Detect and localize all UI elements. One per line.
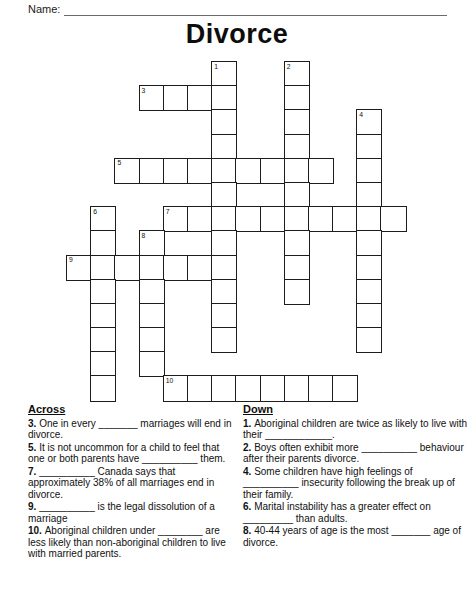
grid-cell[interactable] <box>309 159 333 183</box>
grid-cell[interactable] <box>285 280 309 304</box>
grid-void <box>188 231 212 255</box>
grid-cell[interactable]: 3 <box>140 86 164 110</box>
grid-cell[interactable] <box>188 86 212 110</box>
clue-number: 8 <box>142 232 146 240</box>
grid-cell[interactable] <box>285 86 309 110</box>
grid-void <box>357 62 381 86</box>
grid-cell[interactable] <box>261 207 285 231</box>
grid-cell[interactable] <box>140 159 164 183</box>
grid-void <box>261 86 285 110</box>
grid-void <box>236 352 260 376</box>
across-clue-7: 7. __________ Canada says that approxima… <box>28 466 236 501</box>
grid-cell[interactable]: 8 <box>140 231 164 255</box>
clue-number: 3 <box>142 87 146 95</box>
grid-void <box>309 304 333 328</box>
grid-void <box>333 304 357 328</box>
grid-void <box>67 62 91 86</box>
grid-void <box>309 352 333 376</box>
grid-void <box>236 231 260 255</box>
grid-cell[interactable] <box>285 110 309 134</box>
grid-void <box>309 231 333 255</box>
grid-void <box>381 183 405 207</box>
grid-void <box>91 135 115 159</box>
grid-void <box>115 86 139 110</box>
grid-cell[interactable] <box>212 256 236 280</box>
grid-void <box>115 328 139 352</box>
page-title: Divorce <box>0 19 474 50</box>
grid-void <box>236 135 260 159</box>
grid-void <box>115 110 139 134</box>
grid-void <box>67 86 91 110</box>
grid-cell[interactable] <box>188 207 212 231</box>
grid-void <box>67 110 91 134</box>
grid-void <box>115 352 139 376</box>
grid-void <box>67 135 91 159</box>
name-label: Name: <box>28 3 60 16</box>
grid-void <box>140 135 164 159</box>
grid-void <box>164 135 188 159</box>
grid-void <box>67 183 91 207</box>
grid-void <box>212 352 236 376</box>
grid-void <box>309 256 333 280</box>
grid-void <box>381 110 405 134</box>
grid-void <box>67 231 91 255</box>
grid-void <box>236 62 260 86</box>
grid-void <box>381 256 405 280</box>
grid-void <box>115 183 139 207</box>
grid-void <box>188 280 212 304</box>
grid-cell[interactable]: 5 <box>115 159 139 183</box>
grid-void <box>115 62 139 86</box>
grid-void <box>67 304 91 328</box>
grid-cell[interactable] <box>188 376 212 400</box>
grid-cell[interactable] <box>357 280 381 304</box>
across-clue-5: 5. It is not uncommon for a child to fee… <box>28 442 236 465</box>
grid-void <box>333 256 357 280</box>
grid-cell[interactable] <box>309 376 333 400</box>
grid-void <box>115 280 139 304</box>
grid-cell[interactable] <box>309 207 333 231</box>
grid-void <box>357 376 381 400</box>
grid-void <box>115 376 139 400</box>
grid-cell[interactable] <box>357 231 381 255</box>
grid-cell[interactable] <box>333 376 357 400</box>
grid-cell[interactable] <box>212 207 236 231</box>
grid-void <box>67 352 91 376</box>
grid-void <box>261 256 285 280</box>
grid-void <box>115 231 139 255</box>
clue-number: 10 <box>166 377 174 385</box>
grid-cell[interactable] <box>91 304 115 328</box>
grid-void <box>261 328 285 352</box>
grid-cell[interactable] <box>212 159 236 183</box>
across-clue-3: 3. One in every _______ marriages will e… <box>28 418 236 441</box>
grid-void <box>236 304 260 328</box>
grid-cell[interactable]: 10 <box>164 376 188 400</box>
grid-cell[interactable] <box>140 280 164 304</box>
name-row: Name: <box>28 3 447 16</box>
grid-void <box>285 304 309 328</box>
grid-void <box>333 231 357 255</box>
clue-number: 4 <box>359 111 363 119</box>
down-clue-4: 4. Some children have high feelings of _… <box>243 466 469 501</box>
grid-cell[interactable] <box>164 256 188 280</box>
grid-cell[interactable] <box>188 256 212 280</box>
across-clues: Across 3. One in every _______ marriages… <box>28 404 236 561</box>
grid-cell[interactable]: 6 <box>91 207 115 231</box>
grid-void <box>140 183 164 207</box>
grid-void <box>309 135 333 159</box>
grid-void <box>164 62 188 86</box>
grid-cell[interactable] <box>91 256 115 280</box>
grid-void <box>381 328 405 352</box>
grid-void <box>333 183 357 207</box>
grid-void <box>381 231 405 255</box>
grid-cell[interactable] <box>236 207 260 231</box>
grid-cell[interactable] <box>91 280 115 304</box>
down-clue-8: 8. 40-44 years of age is the most ______… <box>243 525 469 548</box>
clue-number: 5 <box>117 159 121 167</box>
grid-void <box>164 352 188 376</box>
grid-void <box>381 159 405 183</box>
grid-void <box>381 86 405 110</box>
clue-number: 1 <box>214 63 218 71</box>
grid-cell[interactable]: 1 <box>212 62 236 86</box>
grid-void <box>285 328 309 352</box>
grid-void <box>67 280 91 304</box>
grid-cell[interactable]: 4 <box>357 110 381 134</box>
clue-number: 7 <box>166 208 170 216</box>
grid-cell[interactable] <box>285 159 309 183</box>
down-clue-1: 1. Aboriginal children are twice as like… <box>243 418 469 441</box>
grid-void <box>188 304 212 328</box>
grid-cell[interactable] <box>212 86 236 110</box>
crossword-grid: 12345678910 <box>67 62 406 401</box>
grid-void <box>188 352 212 376</box>
name-input-line[interactable] <box>64 4 447 16</box>
grid-void <box>236 86 260 110</box>
grid-void <box>188 110 212 134</box>
grid-void <box>164 231 188 255</box>
grid-cell[interactable] <box>236 159 260 183</box>
grid-cell[interactable] <box>164 86 188 110</box>
grid-void <box>91 86 115 110</box>
grid-void <box>115 304 139 328</box>
grid-void <box>381 304 405 328</box>
grid-void <box>140 207 164 231</box>
grid-cell[interactable] <box>357 159 381 183</box>
grid-void <box>67 159 91 183</box>
grid-void <box>381 280 405 304</box>
grid-void <box>91 159 115 183</box>
grid-void <box>261 280 285 304</box>
grid-void <box>140 110 164 134</box>
grid-void <box>164 110 188 134</box>
grid-void <box>164 304 188 328</box>
grid-void <box>188 183 212 207</box>
grid-cell[interactable] <box>381 207 405 231</box>
down-clue-list: 1. Aboriginal children are twice as like… <box>243 418 469 549</box>
grid-void <box>67 207 91 231</box>
grid-void <box>261 110 285 134</box>
grid-void <box>67 328 91 352</box>
grid-void <box>381 352 405 376</box>
grid-void <box>333 328 357 352</box>
grid-cell[interactable] <box>357 207 381 231</box>
clue-number: 2 <box>287 63 291 71</box>
across-clue-9: 9. __________ is the legal dissolution o… <box>28 501 236 524</box>
grid-cell[interactable] <box>212 376 236 400</box>
grid-void <box>67 376 91 400</box>
grid-void <box>357 352 381 376</box>
grid-cell[interactable] <box>357 183 381 207</box>
grid-cell[interactable] <box>357 256 381 280</box>
grid-void <box>164 280 188 304</box>
grid-void <box>164 183 188 207</box>
across-clue-list: 3. One in every _______ marriages will e… <box>28 418 236 560</box>
grid-void <box>236 183 260 207</box>
grid-void <box>236 328 260 352</box>
across-header: Across <box>28 404 236 416</box>
down-header: Down <box>243 404 469 416</box>
grid-cell[interactable] <box>212 280 236 304</box>
grid-cell[interactable] <box>140 328 164 352</box>
grid-void <box>381 376 405 400</box>
grid-void <box>333 62 357 86</box>
grid-void <box>91 183 115 207</box>
grid-cell[interactable] <box>357 304 381 328</box>
grid-void <box>115 135 139 159</box>
grid-cell[interactable] <box>140 256 164 280</box>
grid-void <box>140 62 164 86</box>
grid-cell[interactable]: 7 <box>164 207 188 231</box>
clue-number: 6 <box>93 208 97 216</box>
grid-cell[interactable] <box>212 110 236 134</box>
down-clue-6: 6. Marital instability has a greater eff… <box>243 501 469 524</box>
grid-void <box>333 86 357 110</box>
grid-void <box>381 62 405 86</box>
grid-void <box>357 86 381 110</box>
grid-cell[interactable] <box>164 159 188 183</box>
grid-cell[interactable] <box>261 159 285 183</box>
clue-number: 9 <box>69 256 73 264</box>
grid-cell[interactable] <box>115 256 139 280</box>
grid-void <box>333 135 357 159</box>
grid-cell[interactable] <box>285 183 309 207</box>
grid-void <box>333 110 357 134</box>
grid-void <box>261 135 285 159</box>
grid-void <box>115 207 139 231</box>
grid-void <box>309 110 333 134</box>
grid-void <box>333 159 357 183</box>
grid-void <box>188 328 212 352</box>
down-clue-2: 2. Boys often exhibit more __________ be… <box>243 442 469 465</box>
grid-void <box>309 280 333 304</box>
grid-cell[interactable] <box>357 135 381 159</box>
grid-cell[interactable] <box>285 376 309 400</box>
grid-cell[interactable] <box>236 376 260 400</box>
grid-void <box>309 86 333 110</box>
grid-cell[interactable] <box>212 328 236 352</box>
grid-cell[interactable] <box>212 183 236 207</box>
grid-cell[interactable] <box>188 159 212 183</box>
grid-void <box>261 231 285 255</box>
grid-void <box>91 62 115 86</box>
grid-cell[interactable] <box>212 304 236 328</box>
grid-void <box>91 110 115 134</box>
grid-void <box>285 352 309 376</box>
grid-cell[interactable] <box>91 376 115 400</box>
worksheet-page: Name: Divorce 12345678910 Across 3. One … <box>0 0 474 613</box>
grid-void <box>309 62 333 86</box>
grid-void <box>333 352 357 376</box>
grid-cell[interactable]: 9 <box>67 256 91 280</box>
grid-cell[interactable] <box>91 328 115 352</box>
grid-void <box>261 352 285 376</box>
grid-void <box>236 280 260 304</box>
grid-cell[interactable] <box>212 135 236 159</box>
grid-cell[interactable] <box>140 352 164 376</box>
grid-void <box>261 62 285 86</box>
grid-void <box>381 135 405 159</box>
grid-cell[interactable] <box>91 231 115 255</box>
grid-cell[interactable] <box>261 376 285 400</box>
grid-cell[interactable]: 2 <box>285 62 309 86</box>
grid-cell[interactable] <box>357 328 381 352</box>
across-clue-10: 10. Aboriginal children under ________ a… <box>28 525 236 560</box>
grid-cell[interactable] <box>285 256 309 280</box>
grid-cell[interactable] <box>333 207 357 231</box>
grid-void <box>164 328 188 352</box>
grid-cell[interactable] <box>212 231 236 255</box>
grid-void <box>188 135 212 159</box>
down-clues: Down 1. Aboriginal children are twice as… <box>243 404 469 549</box>
grid-void <box>261 304 285 328</box>
grid-void <box>236 256 260 280</box>
grid-cell[interactable] <box>91 352 115 376</box>
grid-cell[interactable] <box>285 207 309 231</box>
grid-cell[interactable] <box>140 304 164 328</box>
grid-void <box>309 183 333 207</box>
grid-void <box>236 110 260 134</box>
grid-void <box>140 376 164 400</box>
grid-void <box>309 328 333 352</box>
grid-void <box>261 183 285 207</box>
grid-cell[interactable] <box>285 135 309 159</box>
grid-cell[interactable] <box>285 231 309 255</box>
grid-void <box>188 62 212 86</box>
grid-void <box>333 280 357 304</box>
